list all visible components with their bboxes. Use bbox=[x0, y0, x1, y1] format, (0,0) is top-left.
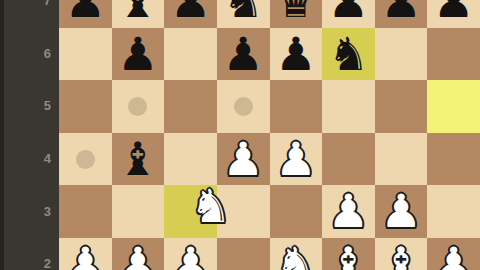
black-pawn[interactable]: ♟ bbox=[59, 0, 112, 28]
square-c3[interactable]: ♞ bbox=[164, 185, 217, 238]
legal-move-hint-dot[interactable] bbox=[234, 97, 253, 116]
white-bishop[interactable]: ♝ bbox=[375, 238, 428, 270]
square-g3[interactable]: ♟ bbox=[375, 185, 428, 238]
square-a4[interactable] bbox=[59, 133, 112, 186]
sidebar: 765432 bbox=[0, 0, 59, 270]
white-pawn[interactable]: ♟ bbox=[164, 238, 217, 270]
square-h3[interactable] bbox=[427, 185, 480, 238]
square-b3[interactable] bbox=[112, 185, 165, 238]
square-g5[interactable] bbox=[375, 80, 428, 133]
square-b2[interactable]: ♟ bbox=[112, 238, 165, 270]
square-d2[interactable] bbox=[217, 238, 270, 270]
black-pawn[interactable]: ♟ bbox=[427, 0, 480, 28]
square-h2[interactable]: ♟ bbox=[427, 238, 480, 270]
white-knight[interactable]: ♞ bbox=[270, 238, 323, 270]
square-f7[interactable]: ♟ bbox=[322, 0, 375, 28]
square-e3[interactable] bbox=[270, 185, 323, 238]
rank-label-2: 2 bbox=[0, 256, 51, 270]
black-queen[interactable]: ♛ bbox=[270, 0, 323, 28]
chess-app-viewport: 765432 ♟♝♟♞♛♟♟♟♟♟♟♞♝♟♟♞♟♟♟♟♟♞♝♝♟ bbox=[0, 0, 480, 270]
white-pawn[interactable]: ♟ bbox=[112, 238, 165, 270]
square-h4[interactable] bbox=[427, 133, 480, 186]
square-b5[interactable] bbox=[112, 80, 165, 133]
square-f3[interactable]: ♟ bbox=[322, 185, 375, 238]
legal-move-hint-dot[interactable] bbox=[128, 97, 147, 116]
square-a5[interactable] bbox=[59, 80, 112, 133]
white-bishop[interactable]: ♝ bbox=[322, 238, 375, 270]
square-a6[interactable] bbox=[59, 28, 112, 81]
square-h6[interactable] bbox=[427, 28, 480, 81]
square-d6[interactable]: ♟ bbox=[217, 28, 270, 81]
black-pawn[interactable]: ♟ bbox=[217, 28, 270, 81]
square-e5[interactable] bbox=[270, 80, 323, 133]
square-b7[interactable]: ♝ bbox=[112, 0, 165, 28]
square-c4[interactable] bbox=[164, 133, 217, 186]
square-c2[interactable]: ♟ bbox=[164, 238, 217, 270]
sidebar-edge-strip bbox=[0, 0, 4, 270]
square-c7[interactable]: ♟ bbox=[164, 0, 217, 28]
white-pawn[interactable]: ♟ bbox=[270, 133, 323, 186]
square-g4[interactable] bbox=[375, 133, 428, 186]
square-e4[interactable]: ♟ bbox=[270, 133, 323, 186]
square-b4[interactable]: ♝ bbox=[112, 133, 165, 186]
square-d4[interactable]: ♟ bbox=[217, 133, 270, 186]
square-e2[interactable]: ♞ bbox=[270, 238, 323, 270]
black-knight[interactable]: ♞ bbox=[217, 0, 270, 28]
rank-label-7: 7 bbox=[0, 0, 51, 9]
black-pawn[interactable]: ♟ bbox=[322, 0, 375, 28]
square-c6[interactable] bbox=[164, 28, 217, 81]
square-d5[interactable] bbox=[217, 80, 270, 133]
white-pawn[interactable]: ♟ bbox=[217, 133, 270, 186]
square-a3[interactable] bbox=[59, 185, 112, 238]
square-g7[interactable]: ♟ bbox=[375, 0, 428, 28]
square-g2[interactable]: ♝ bbox=[375, 238, 428, 270]
legal-move-hint-dot[interactable] bbox=[76, 150, 95, 169]
rank-label-3: 3 bbox=[0, 204, 51, 220]
square-h7[interactable]: ♟ bbox=[427, 0, 480, 28]
square-f5[interactable] bbox=[322, 80, 375, 133]
white-pawn[interactable]: ♟ bbox=[59, 238, 112, 270]
square-g6[interactable] bbox=[375, 28, 428, 81]
square-f2[interactable]: ♝ bbox=[322, 238, 375, 270]
white-pawn[interactable]: ♟ bbox=[375, 185, 428, 238]
square-e7[interactable]: ♛ bbox=[270, 0, 323, 28]
black-knight[interactable]: ♞ bbox=[322, 28, 375, 81]
black-pawn[interactable]: ♟ bbox=[270, 28, 323, 81]
black-bishop[interactable]: ♝ bbox=[112, 0, 165, 28]
square-f4[interactable] bbox=[322, 133, 375, 186]
black-pawn[interactable]: ♟ bbox=[375, 0, 428, 28]
rank-label-6: 6 bbox=[0, 46, 51, 62]
square-h5[interactable] bbox=[427, 80, 480, 133]
square-a7[interactable]: ♟ bbox=[59, 0, 112, 28]
white-pawn[interactable]: ♟ bbox=[427, 238, 480, 270]
black-bishop[interactable]: ♝ bbox=[112, 133, 165, 186]
square-c5[interactable] bbox=[164, 80, 217, 133]
white-pawn[interactable]: ♟ bbox=[322, 185, 375, 238]
black-pawn[interactable]: ♟ bbox=[164, 0, 217, 28]
square-b6[interactable]: ♟ bbox=[112, 28, 165, 81]
rank-label-5: 5 bbox=[0, 98, 51, 114]
square-e6[interactable]: ♟ bbox=[270, 28, 323, 81]
chess-board: ♟♝♟♞♛♟♟♟♟♟♟♞♝♟♟♞♟♟♟♟♟♞♝♝♟ bbox=[59, 0, 480, 270]
square-a2[interactable]: ♟ bbox=[59, 238, 112, 270]
black-pawn[interactable]: ♟ bbox=[112, 28, 165, 81]
rank-label-4: 4 bbox=[0, 151, 51, 167]
square-f6[interactable]: ♞ bbox=[322, 28, 375, 81]
square-d7[interactable]: ♞ bbox=[217, 0, 270, 28]
white-knight[interactable]: ♞ bbox=[184, 180, 237, 233]
